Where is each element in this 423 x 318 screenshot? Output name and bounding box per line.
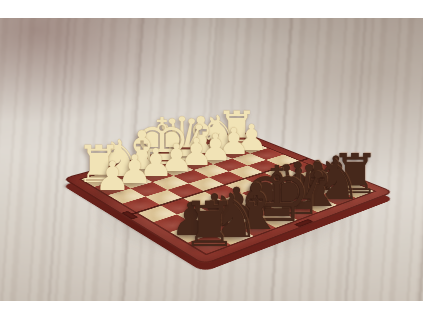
wood-floor-photo: ♜♞♝♛♚♝♞♜♟♟♟♟♟♟♟♟♟♟♟♟♟♟♟♟♜♞♝♛♚♝♞♜ [0,18,423,301]
chessboard [107,67,343,301]
photo-screenshot: ♜♞♝♛♚♝♞♜♟♟♟♟♟♟♟♟♟♟♟♟♟♟♟♟♜♞♝♛♚♝♞♜ [0,0,423,318]
board-playing-surface [81,136,374,254]
